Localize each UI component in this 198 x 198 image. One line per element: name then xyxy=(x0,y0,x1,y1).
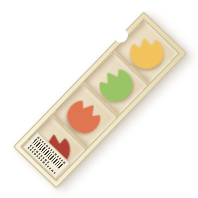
wooden-box xyxy=(13,12,187,189)
product-photo xyxy=(0,0,198,198)
tulip-piece-yellow xyxy=(127,32,166,71)
